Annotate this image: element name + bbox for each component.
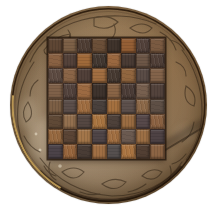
- square-e7[interactable]: [107, 53, 122, 68]
- square-g2[interactable]: [136, 129, 151, 144]
- square-f6[interactable]: [121, 68, 136, 83]
- square-g7[interactable]: [136, 53, 151, 68]
- chessboard: [48, 38, 165, 159]
- square-d4[interactable]: [92, 99, 107, 114]
- square-f8[interactable]: [121, 38, 136, 53]
- square-c8[interactable]: [77, 38, 92, 53]
- square-f4[interactable]: [121, 99, 136, 114]
- square-d5[interactable]: [92, 83, 107, 98]
- square-h6[interactable]: [150, 68, 165, 83]
- square-d7[interactable]: [92, 53, 107, 68]
- square-h2[interactable]: [150, 129, 165, 144]
- square-g3[interactable]: [136, 114, 151, 129]
- square-c7[interactable]: [77, 53, 92, 68]
- square-a3[interactable]: [48, 114, 63, 129]
- square-e3[interactable]: [107, 114, 122, 129]
- square-b4[interactable]: [63, 99, 78, 114]
- square-e6[interactable]: [107, 68, 122, 83]
- square-c6[interactable]: [77, 68, 92, 83]
- square-f1[interactable]: [121, 144, 136, 159]
- square-a1[interactable]: [48, 144, 63, 159]
- square-h5[interactable]: [150, 83, 165, 98]
- square-g1[interactable]: [136, 144, 151, 159]
- square-c3[interactable]: [77, 114, 92, 129]
- square-a7[interactable]: [48, 53, 63, 68]
- square-f5[interactable]: [121, 83, 136, 98]
- square-c2[interactable]: [77, 129, 92, 144]
- square-c5[interactable]: [77, 83, 92, 98]
- square-e4[interactable]: [107, 99, 122, 114]
- square-d1[interactable]: [92, 144, 107, 159]
- square-h7[interactable]: [150, 53, 165, 68]
- square-b2[interactable]: [63, 129, 78, 144]
- square-h8[interactable]: [150, 38, 165, 53]
- square-b7[interactable]: [63, 53, 78, 68]
- square-a5[interactable]: [48, 83, 63, 98]
- square-d8[interactable]: [92, 38, 107, 53]
- square-a2[interactable]: [48, 129, 63, 144]
- square-a6[interactable]: [48, 68, 63, 83]
- square-b5[interactable]: [63, 83, 78, 98]
- square-h3[interactable]: [150, 114, 165, 129]
- square-a4[interactable]: [48, 99, 63, 114]
- square-f2[interactable]: [121, 129, 136, 144]
- square-b6[interactable]: [63, 68, 78, 83]
- square-g6[interactable]: [136, 68, 151, 83]
- square-b8[interactable]: [63, 38, 78, 53]
- square-e5[interactable]: [107, 83, 122, 98]
- square-f3[interactable]: [121, 114, 136, 129]
- square-d3[interactable]: [92, 114, 107, 129]
- square-h1[interactable]: [150, 144, 165, 159]
- photo-canvas: [0, 0, 216, 216]
- square-a8[interactable]: [48, 38, 63, 53]
- square-e1[interactable]: [107, 144, 122, 159]
- square-c1[interactable]: [77, 144, 92, 159]
- square-d2[interactable]: [92, 129, 107, 144]
- square-e2[interactable]: [107, 129, 122, 144]
- square-g5[interactable]: [136, 83, 151, 98]
- square-c4[interactable]: [77, 99, 92, 114]
- square-g8[interactable]: [136, 38, 151, 53]
- square-h4[interactable]: [150, 99, 165, 114]
- square-b3[interactable]: [63, 114, 78, 129]
- square-e8[interactable]: [107, 38, 122, 53]
- square-d6[interactable]: [92, 68, 107, 83]
- square-b1[interactable]: [63, 144, 78, 159]
- square-g4[interactable]: [136, 99, 151, 114]
- square-f7[interactable]: [121, 53, 136, 68]
